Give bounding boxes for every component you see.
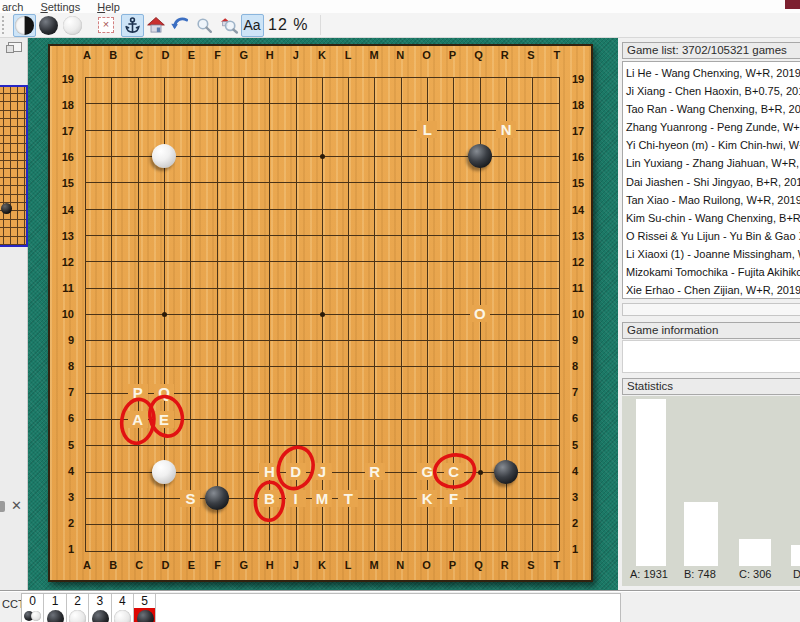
intersection-B4[interactable]: [98, 459, 124, 485]
intersection-K15[interactable]: [309, 169, 335, 195]
intersection-N6[interactable]: [388, 406, 414, 432]
intersection-R15[interactable]: [493, 169, 519, 195]
intersection-G7[interactable]: [230, 380, 256, 406]
intersection-T6[interactable]: [546, 406, 572, 432]
intersection-S15[interactable]: [519, 169, 545, 195]
intersection-O14[interactable]: [414, 196, 440, 222]
intersection-C18[interactable]: [125, 90, 151, 116]
game-list-item[interactable]: Mizokami Tomochika - Fujita Akihiko: [626, 263, 800, 281]
intersection-P7[interactable]: [440, 380, 466, 406]
intersection-J17[interactable]: [283, 117, 309, 143]
intersection-S19[interactable]: [519, 64, 545, 90]
intersection-J10[interactable]: [283, 301, 309, 327]
intersection-R14[interactable]: [493, 196, 519, 222]
intersection-G15[interactable]: [230, 169, 256, 195]
intersection-T5[interactable]: [546, 432, 572, 458]
intersection-P2[interactable]: [440, 511, 466, 537]
intersection-P1[interactable]: [440, 538, 466, 564]
intersection-E15[interactable]: [177, 169, 203, 195]
intersection-N1[interactable]: [388, 538, 414, 564]
intersection-N14[interactable]: [388, 196, 414, 222]
intersection-K11[interactable]: [309, 275, 335, 301]
intersection-G10[interactable]: [230, 301, 256, 327]
move-tab-0[interactable]: 0: [22, 594, 44, 622]
intersection-C4[interactable]: [125, 459, 151, 485]
intersection-C14[interactable]: [125, 196, 151, 222]
intersection-E1[interactable]: [177, 538, 203, 564]
intersection-T4[interactable]: [546, 459, 572, 485]
intersection-C1[interactable]: [125, 538, 151, 564]
intersection-D19[interactable]: [151, 64, 177, 90]
intersection-S10[interactable]: [519, 301, 545, 327]
intersection-H8[interactable]: [256, 353, 282, 379]
intersection-Q19[interactable]: [467, 64, 493, 90]
intersection-J13[interactable]: [283, 222, 309, 248]
intersection-G18[interactable]: [230, 90, 256, 116]
intersection-H5[interactable]: [256, 432, 282, 458]
intersection-B10[interactable]: [98, 301, 124, 327]
intersection-G12[interactable]: [230, 248, 256, 274]
intersection-C3[interactable]: [125, 485, 151, 511]
intersection-R4[interactable]: [493, 459, 519, 485]
intersection-F13[interactable]: [204, 222, 230, 248]
intersection-P11[interactable]: [440, 275, 466, 301]
intersection-T2[interactable]: [546, 511, 572, 537]
intersection-J1[interactable]: [283, 538, 309, 564]
intersection-A2[interactable]: [72, 511, 98, 537]
intersection-N9[interactable]: [388, 327, 414, 353]
intersection-E17[interactable]: [177, 117, 203, 143]
intersection-M18[interactable]: [361, 90, 387, 116]
intersection-R18[interactable]: [493, 90, 519, 116]
intersection-E3[interactable]: S: [177, 485, 203, 511]
intersection-E14[interactable]: [177, 196, 203, 222]
intersection-J8[interactable]: [283, 353, 309, 379]
intersection-S14[interactable]: [519, 196, 545, 222]
intersection-Q13[interactable]: [467, 222, 493, 248]
intersection-L16[interactable]: [335, 143, 361, 169]
game-list-item[interactable]: Kim Su-chin - Wang Chenxing, B+R, 2: [626, 209, 800, 227]
game-list-item[interactable]: Ji Xiang - Chen Haoxin, B+0.75, 2019: [626, 82, 800, 100]
intersection-D12[interactable]: [151, 248, 177, 274]
intersection-Q1[interactable]: [467, 538, 493, 564]
intersection-O11[interactable]: [414, 275, 440, 301]
intersection-P12[interactable]: [440, 248, 466, 274]
intersection-R6[interactable]: [493, 406, 519, 432]
intersection-G9[interactable]: [230, 327, 256, 353]
intersection-A11[interactable]: [72, 275, 98, 301]
intersection-P8[interactable]: [440, 353, 466, 379]
intersection-S2[interactable]: [519, 511, 545, 537]
intersection-T19[interactable]: [546, 64, 572, 90]
intersection-P18[interactable]: [440, 90, 466, 116]
intersection-H14[interactable]: [256, 196, 282, 222]
intersection-M9[interactable]: [361, 327, 387, 353]
intersection-P5[interactable]: [440, 432, 466, 458]
intersection-A16[interactable]: [72, 143, 98, 169]
intersection-F5[interactable]: [204, 432, 230, 458]
intersection-C5[interactable]: [125, 432, 151, 458]
intersection-D5[interactable]: [151, 432, 177, 458]
intersection-H19[interactable]: [256, 64, 282, 90]
move-tab-5[interactable]: 5: [134, 594, 156, 622]
intersection-Q8[interactable]: [467, 353, 493, 379]
intersection-C12[interactable]: [125, 248, 151, 274]
zoom-search-button[interactable]: [193, 14, 216, 37]
intersection-J15[interactable]: [283, 169, 309, 195]
move-label-T[interactable]: T: [338, 490, 358, 507]
intersection-K7[interactable]: [309, 380, 335, 406]
intersection-F2[interactable]: [204, 511, 230, 537]
intersection-L4[interactable]: [335, 459, 361, 485]
intersection-K9[interactable]: [309, 327, 335, 353]
intersection-R7[interactable]: [493, 380, 519, 406]
intersection-S16[interactable]: [519, 143, 545, 169]
intersection-L13[interactable]: [335, 222, 361, 248]
pin-icon[interactable]: [0, 501, 5, 512]
intersection-T13[interactable]: [546, 222, 572, 248]
intersection-O4[interactable]: G: [414, 459, 440, 485]
intersection-R19[interactable]: [493, 64, 519, 90]
intersection-L14[interactable]: [335, 196, 361, 222]
move-label-C[interactable]: C: [444, 463, 464, 480]
intersection-L11[interactable]: [335, 275, 361, 301]
intersection-F14[interactable]: [204, 196, 230, 222]
intersection-T9[interactable]: [546, 327, 572, 353]
intersection-D7[interactable]: Q: [151, 380, 177, 406]
move-label-A[interactable]: A: [128, 411, 148, 428]
intersection-Q17[interactable]: [467, 117, 493, 143]
intersection-B9[interactable]: [98, 327, 124, 353]
intersection-E5[interactable]: [177, 432, 203, 458]
game-list-item[interactable]: Tan Xiao - Mao Ruilong, W+R, 2019-: [626, 191, 800, 209]
intersection-P9[interactable]: [440, 327, 466, 353]
intersection-G1[interactable]: [230, 538, 256, 564]
intersection-H11[interactable]: [256, 275, 282, 301]
intersection-O1[interactable]: [414, 538, 440, 564]
intersection-Q2[interactable]: [467, 511, 493, 537]
intersection-T14[interactable]: [546, 196, 572, 222]
intersection-K5[interactable]: [309, 432, 335, 458]
intersection-K19[interactable]: [309, 64, 335, 90]
intersection-A15[interactable]: [72, 169, 98, 195]
intersection-C16[interactable]: [125, 143, 151, 169]
intersection-B18[interactable]: [98, 90, 124, 116]
intersection-K8[interactable]: [309, 353, 335, 379]
intersection-F11[interactable]: [204, 275, 230, 301]
intersection-H17[interactable]: [256, 117, 282, 143]
intersection-S4[interactable]: [519, 459, 545, 485]
intersection-T7[interactable]: [546, 380, 572, 406]
move-label-E[interactable]: E: [154, 411, 174, 428]
move-label-P[interactable]: P: [128, 384, 148, 401]
intersection-M6[interactable]: [361, 406, 387, 432]
intersection-D13[interactable]: [151, 222, 177, 248]
intersection-R17[interactable]: N: [493, 117, 519, 143]
font-size-button[interactable]: Aa: [241, 14, 264, 37]
game-list-item[interactable]: Tao Ran - Wang Chenxing, B+R, 2019: [626, 100, 800, 118]
intersection-S17[interactable]: [519, 117, 545, 143]
back-button[interactable]: [169, 14, 192, 37]
intersection-F16[interactable]: [204, 143, 230, 169]
intersection-F1[interactable]: [204, 538, 230, 564]
intersection-N10[interactable]: [388, 301, 414, 327]
intersection-P13[interactable]: [440, 222, 466, 248]
intersection-K17[interactable]: [309, 117, 335, 143]
intersection-Q14[interactable]: [467, 196, 493, 222]
intersection-K6[interactable]: [309, 406, 335, 432]
intersection-B6[interactable]: [98, 406, 124, 432]
intersection-P3[interactable]: F: [440, 485, 466, 511]
intersection-Q5[interactable]: [467, 432, 493, 458]
intersection-R12[interactable]: [493, 248, 519, 274]
intersection-R1[interactable]: [493, 538, 519, 564]
intersection-S12[interactable]: [519, 248, 545, 274]
pattern-search-button[interactable]: [217, 14, 240, 37]
intersection-J12[interactable]: [283, 248, 309, 274]
intersection-J11[interactable]: [283, 275, 309, 301]
intersection-B16[interactable]: [98, 143, 124, 169]
intersection-S8[interactable]: [519, 353, 545, 379]
intersection-J6[interactable]: [283, 406, 309, 432]
intersection-D11[interactable]: [151, 275, 177, 301]
intersection-F4[interactable]: [204, 459, 230, 485]
intersection-T3[interactable]: [546, 485, 572, 511]
intersection-N12[interactable]: [388, 248, 414, 274]
intersection-O9[interactable]: [414, 327, 440, 353]
intersection-J9[interactable]: [283, 327, 309, 353]
intersection-T16[interactable]: [546, 143, 572, 169]
intersection-T12[interactable]: [546, 248, 572, 274]
intersection-F18[interactable]: [204, 90, 230, 116]
intersection-T17[interactable]: [546, 117, 572, 143]
intersection-H3[interactable]: B: [256, 485, 282, 511]
intersection-M16[interactable]: [361, 143, 387, 169]
anchor-button[interactable]: [121, 14, 144, 37]
intersection-T8[interactable]: [546, 353, 572, 379]
intersection-D18[interactable]: [151, 90, 177, 116]
intersection-F6[interactable]: [204, 406, 230, 432]
move-tab-1[interactable]: 1: [44, 594, 66, 622]
intersection-O17[interactable]: L: [414, 117, 440, 143]
intersection-L3[interactable]: T: [335, 485, 361, 511]
move-tab-2[interactable]: 2: [67, 594, 89, 622]
intersection-D9[interactable]: [151, 327, 177, 353]
intersection-R3[interactable]: [493, 485, 519, 511]
intersection-G6[interactable]: [230, 406, 256, 432]
move-label-S[interactable]: S: [180, 490, 200, 507]
intersection-S1[interactable]: [519, 538, 545, 564]
intersection-A4[interactable]: [72, 459, 98, 485]
intersection-E11[interactable]: [177, 275, 203, 301]
move-label-I[interactable]: I: [286, 490, 306, 507]
intersection-T1[interactable]: [546, 538, 572, 564]
intersection-A13[interactable]: [72, 222, 98, 248]
intersection-J19[interactable]: [283, 64, 309, 90]
intersection-N13[interactable]: [388, 222, 414, 248]
intersection-S11[interactable]: [519, 275, 545, 301]
intersection-H7[interactable]: [256, 380, 282, 406]
intersection-C19[interactable]: [125, 64, 151, 90]
intersection-H2[interactable]: [256, 511, 282, 537]
intersection-A1[interactable]: [72, 538, 98, 564]
intersection-L10[interactable]: [335, 301, 361, 327]
intersection-S13[interactable]: [519, 222, 545, 248]
intersection-C10[interactable]: [125, 301, 151, 327]
intersection-H12[interactable]: [256, 248, 282, 274]
intersection-R10[interactable]: [493, 301, 519, 327]
intersection-F19[interactable]: [204, 64, 230, 90]
move-label-J[interactable]: J: [312, 463, 332, 480]
intersection-M4[interactable]: R: [361, 459, 387, 485]
intersection-M10[interactable]: [361, 301, 387, 327]
board-thumbnail[interactable]: [0, 85, 28, 247]
intersection-K16[interactable]: [309, 143, 335, 169]
intersection-G5[interactable]: [230, 432, 256, 458]
move-label-K[interactable]: K: [417, 490, 437, 507]
intersection-K13[interactable]: [309, 222, 335, 248]
intersection-A10[interactable]: [72, 301, 98, 327]
intersection-F15[interactable]: [204, 169, 230, 195]
intersection-E18[interactable]: [177, 90, 203, 116]
intersection-B19[interactable]: [98, 64, 124, 90]
intersection-Q9[interactable]: [467, 327, 493, 353]
intersection-L1[interactable]: [335, 538, 361, 564]
intersection-C2[interactable]: [125, 511, 151, 537]
intersection-O15[interactable]: [414, 169, 440, 195]
intersection-L2[interactable]: [335, 511, 361, 537]
intersection-R13[interactable]: [493, 222, 519, 248]
intersection-P17[interactable]: [440, 117, 466, 143]
intersection-O12[interactable]: [414, 248, 440, 274]
intersection-K4[interactable]: J: [309, 459, 335, 485]
intersection-R16[interactable]: [493, 143, 519, 169]
intersection-F17[interactable]: [204, 117, 230, 143]
intersection-D14[interactable]: [151, 196, 177, 222]
intersection-B15[interactable]: [98, 169, 124, 195]
clear-cross-button[interactable]: ×: [98, 17, 114, 33]
intersection-C7[interactable]: P: [125, 380, 151, 406]
game-list-item[interactable]: Zhang Yuanrong - Peng Zunde, W+1.: [626, 118, 800, 136]
intersection-M8[interactable]: [361, 353, 387, 379]
intersection-Q7[interactable]: [467, 380, 493, 406]
intersection-P10[interactable]: [440, 301, 466, 327]
intersection-D10[interactable]: [151, 301, 177, 327]
intersection-G17[interactable]: [230, 117, 256, 143]
intersection-L7[interactable]: [335, 380, 361, 406]
intersection-M5[interactable]: [361, 432, 387, 458]
intersection-B7[interactable]: [98, 380, 124, 406]
intersection-A18[interactable]: [72, 90, 98, 116]
intersection-L6[interactable]: [335, 406, 361, 432]
intersection-N8[interactable]: [388, 353, 414, 379]
game-list-item[interactable]: Lin Yuxiang - Zhang Jiahuan, W+R, 20: [626, 154, 800, 172]
intersection-Q11[interactable]: [467, 275, 493, 301]
intersection-L5[interactable]: [335, 432, 361, 458]
intersection-K2[interactable]: [309, 511, 335, 537]
intersection-P6[interactable]: [440, 406, 466, 432]
intersection-P16[interactable]: [440, 143, 466, 169]
intersection-O7[interactable]: [414, 380, 440, 406]
intersection-N3[interactable]: [388, 485, 414, 511]
intersection-F3[interactable]: [204, 485, 230, 511]
intersection-M17[interactable]: [361, 117, 387, 143]
intersection-O6[interactable]: [414, 406, 440, 432]
menu-settings[interactable]: Settings: [40, 1, 80, 13]
intersection-G13[interactable]: [230, 222, 256, 248]
intersection-N19[interactable]: [388, 64, 414, 90]
intersection-T15[interactable]: [546, 169, 572, 195]
game-list-item[interactable]: Li Xiaoxi (1) - Joanne Missingham, W: [626, 245, 800, 263]
intersection-L8[interactable]: [335, 353, 361, 379]
intersection-T18[interactable]: [546, 90, 572, 116]
intersection-D8[interactable]: [151, 353, 177, 379]
intersection-K12[interactable]: [309, 248, 335, 274]
intersection-E12[interactable]: [177, 248, 203, 274]
intersection-H13[interactable]: [256, 222, 282, 248]
intersection-O18[interactable]: [414, 90, 440, 116]
intersection-C8[interactable]: [125, 353, 151, 379]
intersection-P14[interactable]: [440, 196, 466, 222]
intersection-M7[interactable]: [361, 380, 387, 406]
intersection-R5[interactable]: [493, 432, 519, 458]
intersection-M3[interactable]: [361, 485, 387, 511]
intersection-B3[interactable]: [98, 485, 124, 511]
intersection-B14[interactable]: [98, 196, 124, 222]
home-button[interactable]: [145, 14, 168, 37]
intersection-B8[interactable]: [98, 353, 124, 379]
intersection-T11[interactable]: [546, 275, 572, 301]
intersection-G2[interactable]: [230, 511, 256, 537]
intersection-K14[interactable]: [309, 196, 335, 222]
intersection-N18[interactable]: [388, 90, 414, 116]
intersection-O8[interactable]: [414, 353, 440, 379]
intersection-N17[interactable]: [388, 117, 414, 143]
intersection-A7[interactable]: [72, 380, 98, 406]
intersection-F12[interactable]: [204, 248, 230, 274]
intersection-N2[interactable]: [388, 511, 414, 537]
intersection-G4[interactable]: [230, 459, 256, 485]
intersection-M15[interactable]: [361, 169, 387, 195]
intersection-O10[interactable]: [414, 301, 440, 327]
intersection-M1[interactable]: [361, 538, 387, 564]
intersection-A5[interactable]: [72, 432, 98, 458]
intersection-D4[interactable]: [151, 459, 177, 485]
intersection-S7[interactable]: [519, 380, 545, 406]
intersection-J14[interactable]: [283, 196, 309, 222]
intersection-Q12[interactable]: [467, 248, 493, 274]
intersection-K18[interactable]: [309, 90, 335, 116]
intersection-M13[interactable]: [361, 222, 387, 248]
intersection-J7[interactable]: [283, 380, 309, 406]
intersection-H18[interactable]: [256, 90, 282, 116]
intersection-N4[interactable]: [388, 459, 414, 485]
white-stone-button[interactable]: [61, 14, 84, 37]
intersection-J18[interactable]: [283, 90, 309, 116]
intersection-H6[interactable]: [256, 406, 282, 432]
intersection-J4[interactable]: D: [283, 459, 309, 485]
intersection-H16[interactable]: [256, 143, 282, 169]
intersection-H10[interactable]: [256, 301, 282, 327]
intersection-G3[interactable]: [230, 485, 256, 511]
intersection-S9[interactable]: [519, 327, 545, 353]
intersection-G16[interactable]: [230, 143, 256, 169]
move-label-G[interactable]: G: [417, 463, 437, 480]
intersection-Q4[interactable]: [467, 459, 493, 485]
intersection-T10[interactable]: [546, 301, 572, 327]
intersection-G14[interactable]: [230, 196, 256, 222]
game-list-item[interactable]: Li He - Wang Chenxing, W+R, 2019-0: [626, 64, 800, 82]
